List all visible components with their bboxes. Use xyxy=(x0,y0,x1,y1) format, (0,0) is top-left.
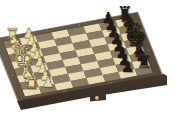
chess-board: ♜♟♟♜♞♟♟♞♝♟♟♝♛♟♟♛♚♟♟♚♝♟♟♝♞♟♟♞♜♟♟♜ xyxy=(0,12,163,102)
chess-set-photo: ♜♟♟♜♞♟♟♞♝♟♟♝♛♟♟♛♚♟♟♚♝♟♟♝♞♟♟♞♜♟♟♜ xyxy=(0,0,180,119)
brass-clasp-icon xyxy=(95,96,99,100)
pawn-glyph: ♟ xyxy=(37,75,59,89)
rook-glyph: ♜ xyxy=(132,54,156,72)
